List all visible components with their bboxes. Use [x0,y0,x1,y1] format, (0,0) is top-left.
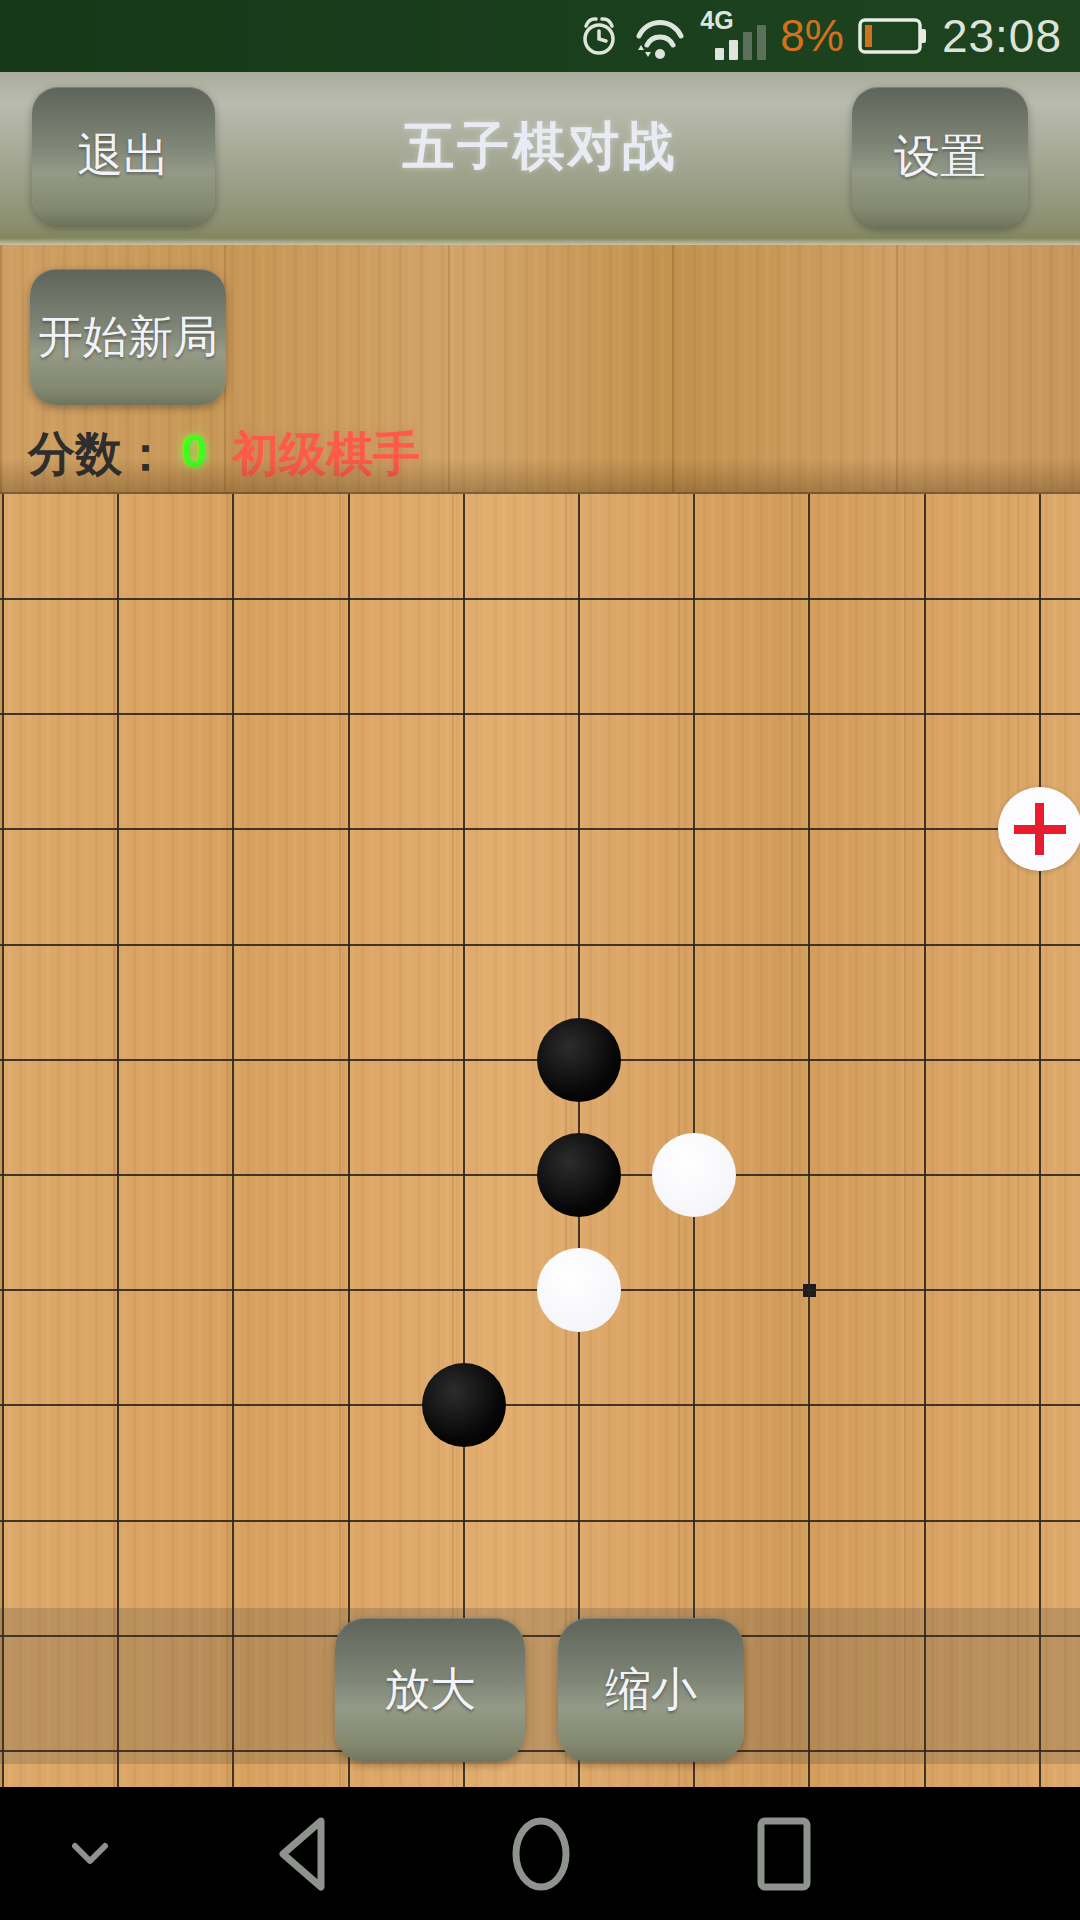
grid-line-horizontal [0,1404,1080,1406]
grid-line-horizontal [0,944,1080,946]
black-stone [537,1018,621,1102]
grid-line-horizontal [0,1520,1080,1522]
black-stone [422,1363,506,1447]
zoom-in-button[interactable]: 放大 [335,1618,525,1762]
back-icon[interactable] [268,1787,334,1920]
grid-line-horizontal [0,598,1080,600]
game-header: 开始新局 分数： 0 初级棋手 [0,245,1080,492]
recents-icon[interactable] [754,1787,814,1920]
grid-line-vertical [1039,494,1041,1787]
board[interactable] [0,492,1080,1787]
clock: 23:08 [942,9,1062,63]
place-stone-cursor[interactable] [998,787,1080,871]
white-stone [537,1248,621,1332]
score-label: 分数： [28,423,169,486]
wifi-icon [632,12,686,60]
score-value: 0 [181,423,207,478]
navigation-bar [0,1787,1080,1920]
grid-line-vertical [232,494,234,1787]
screen: 4G 8% 23:08 五子棋对战 退出 设置 开始新局 分数： 0 初级棋手 … [0,0,1080,1920]
signal-bars-icon [715,25,766,60]
grid-line-vertical [117,494,119,1787]
rank-label: 初级棋手 [232,423,420,486]
battery-percent: 8% [780,11,844,61]
grid-line-vertical [924,494,926,1787]
grid-line-vertical [463,494,465,1787]
white-stone [652,1133,736,1217]
zoom-out-button[interactable]: 缩小 [558,1618,744,1762]
grid-line-vertical [2,494,4,1787]
grid-line-horizontal [0,828,1080,830]
settings-button[interactable]: 设置 [852,87,1028,227]
black-stone [537,1133,621,1217]
grid-line-vertical [808,494,810,1787]
signal-indicator: 4G [700,10,766,62]
new-game-button[interactable]: 开始新局 [30,269,226,405]
score-row: 分数： 0 初级棋手 [0,423,1080,483]
status-bar: 4G 8% 23:08 [0,0,1080,72]
title-bar: 五子棋对战 退出 设置 [0,72,1080,245]
hide-navbar-chevron-icon[interactable] [66,1787,114,1920]
grid-line-vertical [348,494,350,1787]
home-icon[interactable] [508,1787,574,1920]
alarm-icon [580,14,618,58]
exit-button[interactable]: 退出 [32,87,215,225]
battery-icon [858,16,928,56]
toolbar-scrim [0,1608,1080,1764]
grid-line-horizontal [0,713,1080,715]
plus-icon [1035,803,1044,855]
